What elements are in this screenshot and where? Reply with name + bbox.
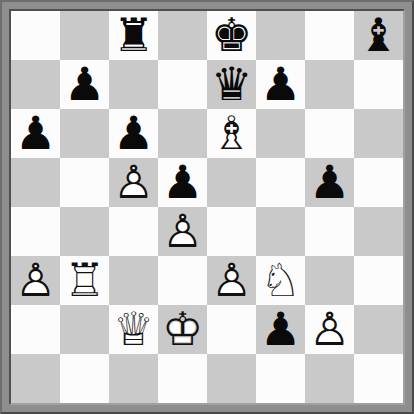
piece-black-pawn[interactable]: ♟ <box>11 109 60 158</box>
square-b1[interactable] <box>60 354 109 403</box>
square-e2[interactable] <box>207 305 256 354</box>
square-b2[interactable] <box>60 305 109 354</box>
square-d7[interactable] <box>158 60 207 109</box>
piece-white-knight[interactable]: ♞♘ <box>256 256 305 305</box>
piece-black-queen[interactable]: ♛ <box>207 60 256 109</box>
square-g3[interactable] <box>305 256 354 305</box>
square-e3[interactable]: ♟♙ <box>207 256 256 305</box>
square-a1[interactable] <box>11 354 60 403</box>
square-f6[interactable] <box>256 109 305 158</box>
square-f3[interactable]: ♞♘ <box>256 256 305 305</box>
piece-glyph-outline: ♙ <box>11 256 60 305</box>
piece-black-pawn[interactable]: ♟ <box>109 109 158 158</box>
square-f5[interactable] <box>256 158 305 207</box>
piece-glyph-outline: ♖ <box>60 256 109 305</box>
square-d8[interactable] <box>158 11 207 60</box>
piece-glyph-outline: ♔ <box>158 305 207 354</box>
square-g1[interactable] <box>305 354 354 403</box>
piece-black-pawn[interactable]: ♟ <box>256 305 305 354</box>
piece-white-pawn[interactable]: ♟♙ <box>11 256 60 305</box>
square-e5[interactable] <box>207 158 256 207</box>
square-a6[interactable]: ♟ <box>11 109 60 158</box>
square-h4[interactable] <box>354 207 403 256</box>
square-a7[interactable] <box>11 60 60 109</box>
square-g7[interactable] <box>305 60 354 109</box>
square-d5[interactable]: ♟ <box>158 158 207 207</box>
piece-white-rook[interactable]: ♜♖ <box>60 256 109 305</box>
piece-glyph-outline: ♙ <box>305 305 354 354</box>
square-h5[interactable] <box>354 158 403 207</box>
square-d3[interactable] <box>158 256 207 305</box>
square-c6[interactable]: ♟ <box>109 109 158 158</box>
square-h2[interactable] <box>354 305 403 354</box>
piece-glyph-outline: ♗ <box>207 109 256 158</box>
square-e7[interactable]: ♛ <box>207 60 256 109</box>
square-g4[interactable] <box>305 207 354 256</box>
piece-glyph-outline: ♘ <box>256 256 305 305</box>
square-e4[interactable] <box>207 207 256 256</box>
square-f7[interactable]: ♟ <box>256 60 305 109</box>
piece-glyph-outline: ♙ <box>109 158 158 207</box>
square-c3[interactable] <box>109 256 158 305</box>
square-g2[interactable]: ♟♙ <box>305 305 354 354</box>
square-f4[interactable] <box>256 207 305 256</box>
square-a5[interactable] <box>11 158 60 207</box>
piece-black-pawn[interactable]: ♟ <box>60 60 109 109</box>
piece-white-pawn[interactable]: ♟♙ <box>109 158 158 207</box>
piece-white-pawn[interactable]: ♟♙ <box>158 207 207 256</box>
chess-board: ♜♚♝♟♛♟♟♟♝♗♟♙♟♟♟♙♟♙♜♖♟♙♞♘♛♕♚♔♟♟♙ <box>9 9 405 405</box>
square-h6[interactable] <box>354 109 403 158</box>
piece-white-bishop[interactable]: ♝♗ <box>207 109 256 158</box>
square-f1[interactable] <box>256 354 305 403</box>
piece-black-king[interactable]: ♚ <box>207 11 256 60</box>
square-d2[interactable]: ♚♔ <box>158 305 207 354</box>
square-h3[interactable] <box>354 256 403 305</box>
square-c2[interactable]: ♛♕ <box>109 305 158 354</box>
piece-black-bishop[interactable]: ♝ <box>354 11 403 60</box>
piece-glyph-outline: ♕ <box>109 305 158 354</box>
piece-black-rook[interactable]: ♜ <box>109 11 158 60</box>
square-d6[interactable] <box>158 109 207 158</box>
square-e6[interactable]: ♝♗ <box>207 109 256 158</box>
square-e8[interactable]: ♚ <box>207 11 256 60</box>
square-b3[interactable]: ♜♖ <box>60 256 109 305</box>
piece-glyph-outline: ♙ <box>207 256 256 305</box>
square-f8[interactable] <box>256 11 305 60</box>
square-f2[interactable]: ♟ <box>256 305 305 354</box>
square-a2[interactable] <box>11 305 60 354</box>
square-c1[interactable] <box>109 354 158 403</box>
piece-white-pawn[interactable]: ♟♙ <box>207 256 256 305</box>
square-a8[interactable] <box>11 11 60 60</box>
square-c4[interactable] <box>109 207 158 256</box>
square-c8[interactable]: ♜ <box>109 11 158 60</box>
square-a3[interactable]: ♟♙ <box>11 256 60 305</box>
piece-white-king[interactable]: ♚♔ <box>158 305 207 354</box>
square-b8[interactable] <box>60 11 109 60</box>
board-frame: ♜♚♝♟♛♟♟♟♝♗♟♙♟♟♟♙♟♙♜♖♟♙♞♘♛♕♚♔♟♟♙ <box>0 0 414 414</box>
square-e1[interactable] <box>207 354 256 403</box>
piece-glyph-outline: ♙ <box>158 207 207 256</box>
piece-black-pawn[interactable]: ♟ <box>305 158 354 207</box>
square-h7[interactable] <box>354 60 403 109</box>
square-h8[interactable]: ♝ <box>354 11 403 60</box>
square-b6[interactable] <box>60 109 109 158</box>
square-b4[interactable] <box>60 207 109 256</box>
square-c7[interactable] <box>109 60 158 109</box>
square-g8[interactable] <box>305 11 354 60</box>
piece-white-pawn[interactable]: ♟♙ <box>305 305 354 354</box>
square-d4[interactable]: ♟♙ <box>158 207 207 256</box>
square-a4[interactable] <box>11 207 60 256</box>
square-g5[interactable]: ♟ <box>305 158 354 207</box>
square-d1[interactable] <box>158 354 207 403</box>
piece-white-queen[interactable]: ♛♕ <box>109 305 158 354</box>
square-h1[interactable] <box>354 354 403 403</box>
piece-black-pawn[interactable]: ♟ <box>158 158 207 207</box>
square-c5[interactable]: ♟♙ <box>109 158 158 207</box>
square-g6[interactable] <box>305 109 354 158</box>
square-b5[interactable] <box>60 158 109 207</box>
square-b7[interactable]: ♟ <box>60 60 109 109</box>
piece-black-pawn[interactable]: ♟ <box>256 60 305 109</box>
